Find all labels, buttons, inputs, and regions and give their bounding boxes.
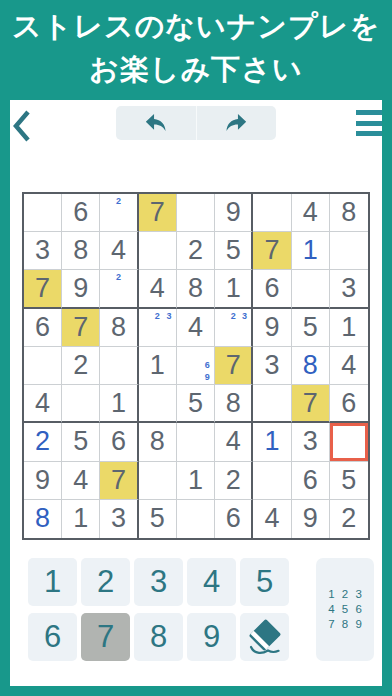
cell-digit: 4 — [226, 428, 241, 455]
cell-digit: 8 — [303, 352, 318, 379]
cell-r2c7[interactable]: 7 — [253, 232, 291, 270]
eraser-button[interactable] — [240, 613, 289, 661]
cell-r9c1[interactable]: 8 — [24, 500, 62, 538]
cell-digit: 6 — [111, 428, 126, 455]
cell-r3c6[interactable]: 1 — [215, 270, 253, 308]
cell-digit: 1 — [73, 505, 88, 532]
cell-r4c3[interactable]: 8 — [100, 309, 138, 347]
cell-digit: 5 — [341, 467, 356, 494]
cell-r5c1[interactable] — [24, 347, 62, 385]
redo-button[interactable] — [197, 106, 277, 140]
cell-digit: 7 — [73, 314, 88, 341]
undo-redo-group — [116, 106, 276, 140]
cell-r3c8[interactable] — [292, 270, 330, 308]
cell-r6c5[interactable]: 5 — [177, 385, 215, 423]
cell-digit: 9 — [303, 505, 318, 532]
cell-digit: 2 — [226, 467, 241, 494]
cell-digit: 7 — [264, 237, 279, 264]
pencil-marks: 2 — [101, 195, 135, 230]
cell-r6c7[interactable] — [253, 385, 291, 423]
cell-digit: 9 — [73, 275, 88, 302]
cell-digit: 5 — [150, 505, 165, 532]
cell-r2c1[interactable]: 3 — [24, 232, 62, 270]
digit-button-4[interactable]: 4 — [187, 558, 236, 606]
pencil-mode-pad[interactable]: 1 2 3 4 5 6 7 8 9 — [316, 558, 374, 661]
cell-r6c9[interactable]: 6 — [330, 385, 368, 423]
cell-r8c3[interactable]: 7 — [100, 462, 138, 500]
cell-digit: 2 — [341, 505, 356, 532]
cell-r1c2[interactable]: 6 — [62, 194, 100, 232]
cell-digit: 7 — [111, 467, 126, 494]
cell-r7c9[interactable] — [330, 423, 368, 461]
cell-r5c5[interactable]: 69 — [177, 347, 215, 385]
cell-r2c9[interactable] — [330, 232, 368, 270]
cell-r7c3[interactable]: 6 — [100, 423, 138, 461]
cell-r5c9[interactable]: 4 — [330, 347, 368, 385]
cell-r5c7[interactable]: 3 — [253, 347, 291, 385]
cell-digit: 3 — [111, 505, 126, 532]
cell-r4c6[interactable]: 23 — [215, 309, 253, 347]
digit-button-3[interactable]: 3 — [134, 558, 183, 606]
cell-r2c6[interactable]: 5 — [215, 232, 253, 270]
digit-button-7[interactable]: 7 — [81, 613, 130, 661]
cell-r6c4[interactable] — [139, 385, 177, 423]
app-title: ストレスのないナンプレを お楽しみ下さい — [0, 0, 392, 100]
cell-digit: 2 — [35, 428, 50, 455]
cell-r8c8[interactable]: 6 — [292, 462, 330, 500]
cell-digit: 8 — [35, 505, 50, 532]
cell-digit: 1 — [111, 390, 126, 417]
cell-digit: 4 — [73, 467, 88, 494]
cell-digit: 6 — [35, 314, 50, 341]
cell-digit: 2 — [188, 237, 203, 264]
cell-digit: 4 — [111, 237, 126, 264]
cell-digit: 8 — [226, 390, 241, 417]
cell-r5c8[interactable]: 8 — [292, 347, 330, 385]
cell-r3c4[interactable]: 4 — [139, 270, 177, 308]
back-button[interactable] — [10, 108, 40, 144]
eraser-icon — [245, 617, 285, 657]
cell-digit: 1 — [150, 352, 165, 379]
pencil-marks: 69 — [178, 348, 213, 383]
cell-r3c5[interactable]: 8 — [177, 270, 215, 308]
cell-digit: 9 — [226, 199, 241, 226]
number-pad: 123456789 — [28, 558, 289, 661]
sudoku-board: 6279483842571792481636782342395121697384… — [22, 192, 370, 540]
cell-r9c2[interactable]: 1 — [62, 500, 100, 538]
cell-r1c8[interactable]: 4 — [292, 194, 330, 232]
cell-r2c4[interactable] — [139, 232, 177, 270]
cell-r5c3[interactable] — [100, 347, 138, 385]
hamburger-icon — [356, 110, 382, 115]
cell-r3c3[interactable]: 2 — [100, 270, 138, 308]
cell-r1c5[interactable] — [177, 194, 215, 232]
pencil-marks: 23 — [140, 310, 175, 345]
cell-digit: 4 — [341, 352, 356, 379]
cell-r8c4[interactable] — [139, 462, 177, 500]
cell-r4c2[interactable]: 7 — [62, 309, 100, 347]
cell-r4c9[interactable]: 1 — [330, 309, 368, 347]
cell-r8c9[interactable]: 5 — [330, 462, 368, 500]
cell-r5c2[interactable]: 2 — [62, 347, 100, 385]
pencil-marks: 2 — [101, 271, 135, 305]
cell-r2c5[interactable]: 2 — [177, 232, 215, 270]
cell-digit: 6 — [303, 467, 318, 494]
digit-button-5[interactable]: 5 — [240, 558, 289, 606]
cell-r1c4[interactable]: 7 — [139, 194, 177, 232]
cell-digit: 3 — [303, 428, 318, 455]
cell-r7c7[interactable]: 1 — [253, 423, 291, 461]
cell-r1c7[interactable] — [253, 194, 291, 232]
cell-digit: 8 — [150, 428, 165, 455]
cell-r2c3[interactable]: 4 — [100, 232, 138, 270]
digit-button-9[interactable]: 9 — [187, 613, 236, 661]
cell-r1c6[interactable]: 9 — [215, 194, 253, 232]
cell-r7c2[interactable]: 5 — [62, 423, 100, 461]
cell-r4c8[interactable]: 5 — [292, 309, 330, 347]
cell-digit: 5 — [303, 314, 318, 341]
cell-r2c2[interactable]: 8 — [62, 232, 100, 270]
cell-digit: 4 — [264, 505, 279, 532]
cell-r7c6[interactable]: 4 — [215, 423, 253, 461]
cell-r1c3[interactable]: 2 — [100, 194, 138, 232]
cell-digit: 6 — [341, 390, 356, 417]
menu-button[interactable] — [356, 110, 382, 136]
cell-digit: 5 — [226, 237, 241, 264]
cell-r4c1[interactable]: 6 — [24, 309, 62, 347]
cell-r3c7[interactable]: 6 — [253, 270, 291, 308]
cell-digit: 4 — [35, 390, 50, 417]
cell-digit: 4 — [188, 314, 203, 341]
cell-r9c7[interactable]: 4 — [253, 500, 291, 538]
cell-digit: 6 — [226, 505, 241, 532]
cell-digit: 4 — [303, 199, 318, 226]
app-title-line1: ストレスのないナンプレを — [0, 5, 392, 48]
cell-digit: 6 — [264, 275, 279, 302]
cell-digit: 3 — [264, 352, 279, 379]
cell-r5c4[interactable]: 1 — [139, 347, 177, 385]
undo-button[interactable] — [116, 106, 197, 140]
cell-r4c4[interactable]: 23 — [139, 309, 177, 347]
cell-r8c6[interactable]: 2 — [215, 462, 253, 500]
chevron-left-icon — [10, 108, 40, 144]
cell-r9c6[interactable]: 6 — [215, 500, 253, 538]
cell-digit: 3 — [35, 237, 50, 264]
cell-r6c3[interactable]: 1 — [100, 385, 138, 423]
cell-r6c6[interactable]: 8 — [215, 385, 253, 423]
cell-digit: 7 — [35, 275, 50, 302]
cell-r9c8[interactable]: 9 — [292, 500, 330, 538]
cell-digit: 7 — [303, 390, 318, 417]
cell-digit: 9 — [35, 467, 50, 494]
cell-r6c1[interactable]: 4 — [24, 385, 62, 423]
cell-r4c5[interactable]: 4 — [177, 309, 215, 347]
cell-r5c6[interactable]: 7 — [215, 347, 253, 385]
cell-digit: 5 — [188, 390, 203, 417]
cell-r8c2[interactable]: 4 — [62, 462, 100, 500]
digit-button-8[interactable]: 8 — [134, 613, 183, 661]
digit-button-1[interactable]: 1 — [28, 558, 77, 606]
cell-digit: 8 — [341, 199, 356, 226]
pencil-legend-row-1: 1 2 3 — [328, 587, 362, 602]
cell-r6c2[interactable] — [62, 385, 100, 423]
cell-r3c2[interactable]: 9 — [62, 270, 100, 308]
cell-r7c4[interactable]: 8 — [139, 423, 177, 461]
cell-r4c7[interactable]: 9 — [253, 309, 291, 347]
cell-digit: 8 — [188, 275, 203, 302]
pencil-legend-row-2: 4 5 6 — [328, 602, 362, 617]
cell-r7c8[interactable]: 3 — [292, 423, 330, 461]
cell-r9c4[interactable]: 5 — [139, 500, 177, 538]
cell-digit: 2 — [73, 352, 88, 379]
cell-digit: 1 — [188, 467, 203, 494]
cell-digit: 8 — [111, 314, 126, 341]
cell-digit: 1 — [226, 275, 241, 302]
cell-digit: 7 — [226, 352, 241, 379]
cell-r1c9[interactable]: 8 — [330, 194, 368, 232]
cell-r9c3[interactable]: 3 — [100, 500, 138, 538]
app-title-line2: お楽しみ下さい — [0, 48, 392, 91]
cell-digit: 1 — [303, 237, 318, 264]
cell-digit: 3 — [341, 275, 356, 302]
cell-r7c1[interactable]: 2 — [24, 423, 62, 461]
cell-digit: 5 — [73, 428, 88, 455]
cell-r8c7[interactable] — [253, 462, 291, 500]
cell-digit: 1 — [341, 314, 356, 341]
content-panel: 6279483842571792481636782342395121697384… — [10, 100, 382, 686]
undo-arrow-icon — [143, 110, 169, 136]
cell-r3c1[interactable]: 7 — [24, 270, 62, 308]
cell-digit: 7 — [150, 199, 165, 226]
cell-r7c5[interactable] — [177, 423, 215, 461]
cell-digit: 6 — [73, 199, 88, 226]
cell-r9c9[interactable]: 2 — [330, 500, 368, 538]
pencil-marks: 23 — [216, 310, 250, 345]
cell-r1c1[interactable] — [24, 194, 62, 232]
cell-digit: 1 — [264, 428, 279, 455]
digit-button-2[interactable]: 2 — [81, 558, 130, 606]
digit-button-6[interactable]: 6 — [28, 613, 77, 661]
cell-r2c8[interactable]: 1 — [292, 232, 330, 270]
cell-r6c8[interactable]: 7 — [292, 385, 330, 423]
cell-digit: 4 — [150, 275, 165, 302]
cell-r8c1[interactable]: 9 — [24, 462, 62, 500]
cell-r9c5[interactable] — [177, 500, 215, 538]
cell-r3c9[interactable]: 3 — [330, 270, 368, 308]
pencil-legend-row-3: 7 8 9 — [328, 617, 362, 632]
cell-r8c5[interactable]: 1 — [177, 462, 215, 500]
redo-arrow-icon — [223, 110, 249, 136]
cell-digit: 9 — [264, 314, 279, 341]
cell-digit: 8 — [73, 237, 88, 264]
